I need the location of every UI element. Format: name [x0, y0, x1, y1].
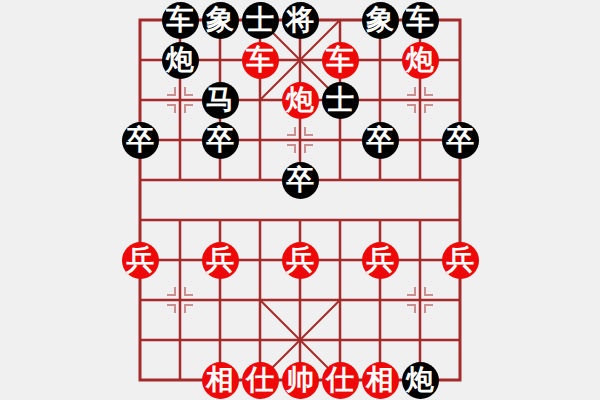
piece-red-pawn[interactable]: 兵 [442, 242, 479, 279]
piece-red-chariot[interactable]: 车 [242, 42, 279, 79]
piece-black-chariot[interactable]: 车 [402, 2, 439, 39]
piece-red-advisor[interactable]: 仕 [242, 362, 279, 399]
piece-black-pawn[interactable]: 卒 [442, 122, 479, 159]
piece-red-pawn[interactable]: 兵 [202, 242, 239, 279]
xiangqi-board: 车象士将象车炮车车炮马炮士卒卒卒卒卒兵兵兵兵兵相仕帅仕相炮 [0, 0, 600, 400]
piece-black-cannon[interactable]: 炮 [162, 42, 199, 79]
piece-red-chariot[interactable]: 车 [322, 42, 359, 79]
piece-black-advisor[interactable]: 士 [242, 2, 279, 39]
board-grid: 车象士将象车炮车车炮马炮士卒卒卒卒卒兵兵兵兵兵相仕帅仕相炮 [120, 0, 480, 400]
piece-red-pawn[interactable]: 兵 [122, 242, 159, 279]
piece-red-general[interactable]: 帅 [282, 362, 319, 399]
piece-black-advisor[interactable]: 士 [322, 82, 359, 119]
piece-black-general[interactable]: 将 [282, 2, 319, 39]
piece-black-chariot[interactable]: 车 [162, 2, 199, 39]
piece-black-elephant[interactable]: 象 [362, 2, 399, 39]
piece-black-pawn[interactable]: 卒 [282, 162, 319, 199]
piece-red-pawn[interactable]: 兵 [282, 242, 319, 279]
piece-black-pawn[interactable]: 卒 [362, 122, 399, 159]
piece-red-pawn[interactable]: 兵 [362, 242, 399, 279]
piece-red-cannon[interactable]: 炮 [402, 42, 439, 79]
piece-black-elephant[interactable]: 象 [202, 2, 239, 39]
piece-red-elephant[interactable]: 相 [362, 362, 399, 399]
piece-red-cannon[interactable]: 炮 [282, 82, 319, 119]
piece-black-pawn[interactable]: 卒 [122, 122, 159, 159]
piece-black-cannon[interactable]: 炮 [402, 362, 439, 399]
piece-black-horse[interactable]: 马 [202, 82, 239, 119]
piece-red-elephant[interactable]: 相 [202, 362, 239, 399]
piece-red-advisor[interactable]: 仕 [322, 362, 359, 399]
piece-black-pawn[interactable]: 卒 [202, 122, 239, 159]
